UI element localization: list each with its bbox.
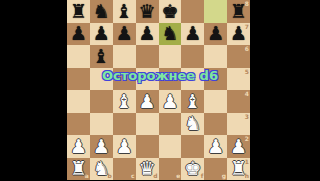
- square-e2[interactable]: [159, 135, 182, 158]
- square-f8[interactable]: [181, 0, 204, 23]
- black-pawn[interactable]: ♟: [93, 24, 110, 43]
- white-pawn[interactable]: ♟: [93, 137, 110, 156]
- black-pawn[interactable]: ♟: [230, 24, 247, 43]
- square-a4[interactable]: [67, 90, 90, 113]
- chess-board[interactable]: ♜♞♝♛♚8♜♟♟♟♟♞♟♟7♟♝65♝♟♟♝4♞3♟♟♟♟2♟a♜b♞cd♛e…: [67, 0, 250, 180]
- square-b4[interactable]: [90, 90, 113, 113]
- square-e8[interactable]: ♚: [159, 0, 182, 23]
- white-knight[interactable]: ♞: [93, 159, 110, 178]
- square-d2[interactable]: [136, 135, 159, 158]
- square-f6[interactable]: [181, 45, 204, 68]
- square-c7[interactable]: ♟: [113, 23, 136, 46]
- square-g3[interactable]: [204, 113, 227, 136]
- square-a8[interactable]: ♜: [67, 0, 90, 23]
- square-b7[interactable]: ♟: [90, 23, 113, 46]
- square-d3[interactable]: [136, 113, 159, 136]
- black-knight[interactable]: ♞: [93, 2, 110, 21]
- square-b6[interactable]: ♝: [90, 45, 113, 68]
- black-king[interactable]: ♚: [161, 2, 178, 21]
- white-pawn[interactable]: ♟: [70, 137, 87, 156]
- square-b2[interactable]: ♟: [90, 135, 113, 158]
- square-f4[interactable]: ♝: [181, 90, 204, 113]
- square-e7[interactable]: ♞: [159, 23, 182, 46]
- square-b8[interactable]: ♞: [90, 0, 113, 23]
- rank-label-4: 4: [245, 91, 249, 97]
- letterbox-left: [0, 0, 67, 180]
- square-f3[interactable]: ♞: [181, 113, 204, 136]
- square-h2[interactable]: 2♟: [227, 135, 250, 158]
- square-e3[interactable]: [159, 113, 182, 136]
- square-h3[interactable]: 3: [227, 113, 250, 136]
- square-a2[interactable]: ♟: [67, 135, 90, 158]
- square-c8[interactable]: ♝: [113, 0, 136, 23]
- black-pawn[interactable]: ♟: [70, 24, 87, 43]
- square-d6[interactable]: [136, 45, 159, 68]
- square-h7[interactable]: 7♟: [227, 23, 250, 46]
- black-pawn[interactable]: ♟: [184, 24, 201, 43]
- black-bishop[interactable]: ♝: [93, 47, 110, 66]
- square-f2[interactable]: [181, 135, 204, 158]
- file-label-g: g: [222, 173, 226, 179]
- white-bishop[interactable]: ♝: [184, 92, 201, 111]
- rank-label-6: 6: [245, 46, 249, 52]
- square-g4[interactable]: [204, 90, 227, 113]
- square-c1[interactable]: c: [113, 158, 136, 181]
- square-h4[interactable]: 4: [227, 90, 250, 113]
- square-d1[interactable]: d♛: [136, 158, 159, 181]
- square-c4[interactable]: ♝: [113, 90, 136, 113]
- square-a6[interactable]: [67, 45, 90, 68]
- square-a3[interactable]: [67, 113, 90, 136]
- square-a1[interactable]: a♜: [67, 158, 90, 181]
- black-queen[interactable]: ♛: [139, 2, 156, 21]
- square-g6[interactable]: [204, 45, 227, 68]
- square-a7[interactable]: ♟: [67, 23, 90, 46]
- file-label-e: e: [176, 173, 180, 179]
- square-d4[interactable]: ♟: [136, 90, 159, 113]
- square-e6[interactable]: [159, 45, 182, 68]
- file-label-c: c: [131, 173, 135, 179]
- square-e1[interactable]: e: [159, 158, 182, 181]
- black-pawn[interactable]: ♟: [139, 24, 156, 43]
- square-g1[interactable]: g: [204, 158, 227, 181]
- white-rook[interactable]: ♜: [70, 159, 87, 178]
- white-pawn[interactable]: ♟: [116, 137, 133, 156]
- black-rook[interactable]: ♜: [230, 2, 247, 21]
- video-frame: ♜♞♝♛♚8♜♟♟♟♟♞♟♟7♟♝65♝♟♟♝4♞3♟♟♟♟2♟a♜b♞cd♛e…: [0, 0, 320, 180]
- white-pawn[interactable]: ♟: [230, 137, 247, 156]
- black-bishop[interactable]: ♝: [116, 2, 133, 21]
- square-d7[interactable]: ♟: [136, 23, 159, 46]
- square-b1[interactable]: b♞: [90, 158, 113, 181]
- square-c3[interactable]: [113, 113, 136, 136]
- white-pawn[interactable]: ♟: [161, 92, 178, 111]
- rank-label-3: 3: [245, 114, 249, 120]
- white-king[interactable]: ♚: [184, 159, 201, 178]
- square-g8[interactable]: [204, 0, 227, 23]
- caption-text: Осторожнее d6: [0, 68, 320, 84]
- square-f7[interactable]: ♟: [181, 23, 204, 46]
- white-pawn[interactable]: ♟: [207, 137, 224, 156]
- white-bishop[interactable]: ♝: [116, 92, 133, 111]
- square-h6[interactable]: 6: [227, 45, 250, 68]
- square-h8[interactable]: 8♜: [227, 0, 250, 23]
- black-pawn[interactable]: ♟: [116, 24, 133, 43]
- square-h1[interactable]: 1h♜: [227, 158, 250, 181]
- white-rook[interactable]: ♜: [230, 159, 247, 178]
- square-d8[interactable]: ♛: [136, 0, 159, 23]
- letterbox-right: [250, 0, 320, 180]
- square-e4[interactable]: ♟: [159, 90, 182, 113]
- square-b3[interactable]: [90, 113, 113, 136]
- black-pawn[interactable]: ♟: [207, 24, 224, 43]
- square-f1[interactable]: f♚: [181, 158, 204, 181]
- white-queen[interactable]: ♛: [139, 159, 156, 178]
- square-c2[interactable]: ♟: [113, 135, 136, 158]
- black-knight[interactable]: ♞: [161, 24, 178, 43]
- square-g7[interactable]: ♟: [204, 23, 227, 46]
- black-rook[interactable]: ♜: [70, 2, 87, 21]
- square-c6[interactable]: [113, 45, 136, 68]
- square-g2[interactable]: ♟: [204, 135, 227, 158]
- white-pawn[interactable]: ♟: [139, 92, 156, 111]
- white-knight[interactable]: ♞: [184, 114, 201, 133]
